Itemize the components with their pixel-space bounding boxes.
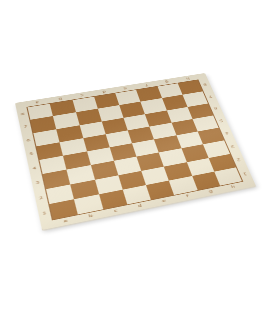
file-label-top-d: d: [92, 88, 115, 96]
file-label-bottom-f: f: [175, 191, 201, 202]
rank-label-right-4: 4: [220, 126, 235, 141]
file-label-top-g: g: [155, 78, 178, 86]
file-label-bottom-c: c: [102, 205, 129, 217]
file-label-top-a: a: [25, 98, 49, 107]
file-label-top-f: f: [135, 81, 158, 89]
rank-label-left-8: 8: [16, 107, 29, 121]
file-label-bottom-g: g: [198, 186, 223, 197]
board-mat: aabbccddeeffgghh1122334455667788: [15, 73, 256, 230]
file-label-bottom-d: d: [127, 200, 153, 211]
rank-label-left-4: 4: [28, 160, 41, 176]
rank-label-left-3: 3: [31, 175, 45, 192]
rank-label-right-7: 7: [204, 90, 218, 103]
rank-label-right-6: 6: [209, 101, 223, 115]
chess-board: aabbccddeeffgghh1122334455667788: [15, 73, 256, 230]
rank-label-right-3: 3: [225, 139, 240, 154]
rank-label-left-2: 2: [34, 189, 48, 206]
rank-label-right-1: 1: [237, 166, 253, 182]
file-label-bottom-a: a: [52, 215, 79, 227]
file-label-top-c: c: [70, 91, 93, 100]
coordinate-labels: aabbccddeeffgghh1122334455667788: [15, 73, 256, 230]
rank-label-left-6: 6: [22, 133, 35, 148]
file-label-top-b: b: [48, 94, 72, 103]
file-label-bottom-b: b: [77, 210, 104, 222]
file-label-bottom-h: h: [221, 182, 246, 193]
file-label-top-e: e: [113, 84, 136, 92]
rank-label-right-8: 8: [198, 78, 212, 91]
rank-label-right-2: 2: [231, 152, 246, 167]
file-label-bottom-e: e: [151, 196, 177, 207]
file-label-top-h: h: [176, 75, 198, 83]
rank-label-right-5: 5: [214, 113, 228, 127]
rank-label-left-5: 5: [25, 146, 38, 162]
rank-label-left-1: 1: [37, 205, 51, 223]
product-photo-background: aabbccddeeffgghh1122334455667788: [0, 0, 270, 320]
rank-label-left-7: 7: [19, 120, 32, 135]
